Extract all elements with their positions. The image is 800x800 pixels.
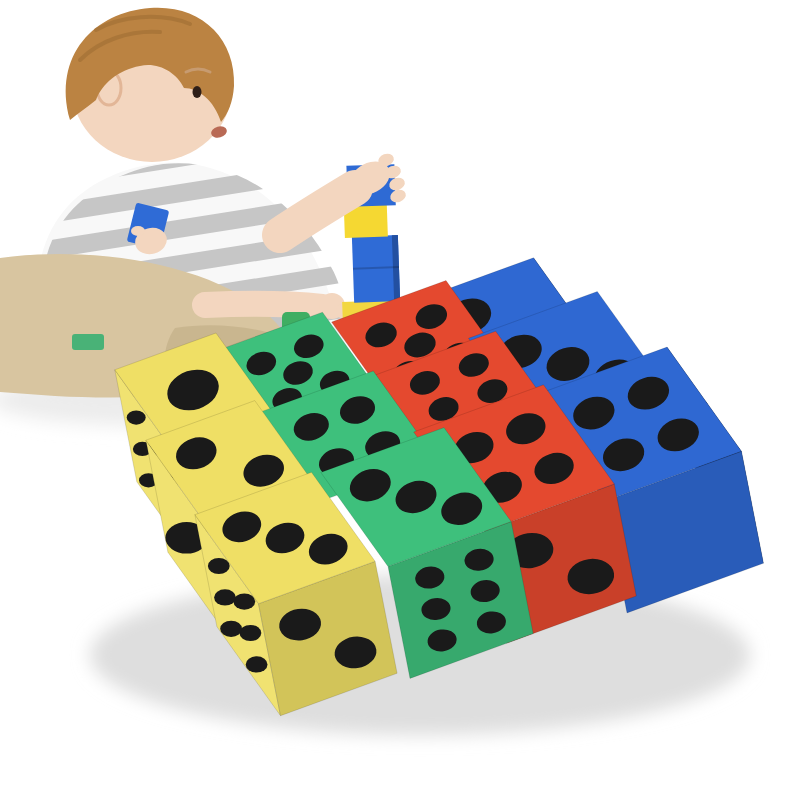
pip	[220, 621, 242, 637]
pip	[208, 558, 230, 574]
pip	[233, 594, 255, 610]
baby-right-forearm	[280, 188, 355, 235]
baby-left-finger	[131, 226, 145, 236]
baby-forearm-floor	[205, 304, 322, 307]
pip	[127, 411, 146, 425]
baby-eye	[193, 86, 202, 98]
pip	[214, 589, 236, 605]
product-photo	[0, 0, 800, 800]
pip	[240, 625, 262, 641]
green-small-cube	[72, 334, 104, 350]
pip	[246, 656, 268, 672]
scene-canvas	[0, 0, 800, 800]
